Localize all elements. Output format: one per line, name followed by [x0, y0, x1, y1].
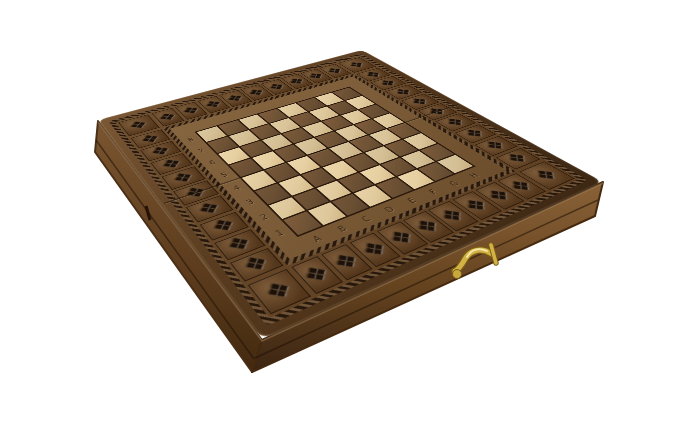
product-photo-stage: ❖❖❖❖❖❖❖❖❖ ❖❖❖❖❖❖❖❖❖ ❖❖❖❖❖❖❖❖❖ ❖❖❖❖❖❖❖❖❖ … [0, 0, 680, 425]
overlay [0, 0, 680, 425]
rim-highlight [98, 122, 603, 341]
